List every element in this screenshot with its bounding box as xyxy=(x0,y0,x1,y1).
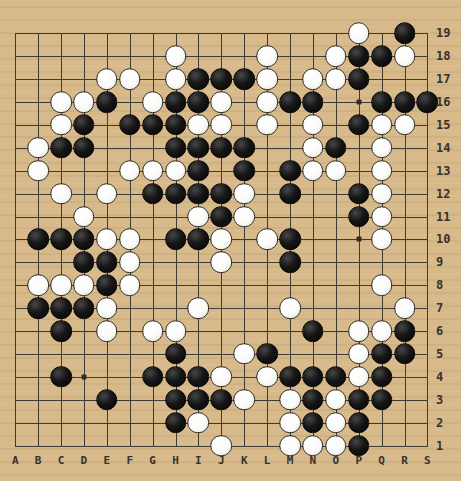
stone-black-K17 xyxy=(233,68,255,90)
col-label-C: C xyxy=(58,454,65,467)
stone-black-N6 xyxy=(302,320,324,342)
row-label-12: 12 xyxy=(436,187,450,201)
stone-black-J12 xyxy=(211,183,233,205)
stone-white-C16 xyxy=(50,91,72,113)
stone-black-D10 xyxy=(73,229,95,251)
stone-white-C8 xyxy=(50,274,72,296)
stone-black-I13 xyxy=(188,160,210,182)
stone-white-O3 xyxy=(325,389,347,411)
col-label-J: J xyxy=(218,454,225,467)
stone-black-P3 xyxy=(348,389,370,411)
stone-white-R7 xyxy=(394,297,416,319)
stone-white-F13 xyxy=(119,160,141,182)
row-label-7: 7 xyxy=(436,301,443,315)
stone-white-B14 xyxy=(27,137,49,159)
stone-white-L4 xyxy=(256,366,278,388)
stone-black-I17 xyxy=(188,68,210,90)
stone-white-E17 xyxy=(96,68,118,90)
stone-black-H12 xyxy=(165,183,187,205)
stone-white-J10 xyxy=(211,229,233,251)
stone-white-O2 xyxy=(325,412,347,434)
col-label-K: K xyxy=(241,454,248,467)
stone-black-D15 xyxy=(73,114,95,136)
stone-black-N4 xyxy=(302,366,324,388)
stone-white-K12 xyxy=(233,183,255,205)
stone-black-E3 xyxy=(96,389,118,411)
stone-black-M10 xyxy=(279,229,301,251)
col-label-B: B xyxy=(35,454,42,467)
stone-white-N17 xyxy=(302,68,324,90)
stone-black-P17 xyxy=(348,68,370,90)
stone-white-K3 xyxy=(233,389,255,411)
stone-black-M9 xyxy=(279,252,301,274)
stone-white-P6 xyxy=(348,320,370,342)
stone-white-J16 xyxy=(211,91,233,113)
col-label-G: G xyxy=(149,454,156,467)
stone-white-J9 xyxy=(211,252,233,274)
stone-white-L18 xyxy=(256,45,278,67)
stone-white-Q8 xyxy=(371,274,393,296)
stone-white-O13 xyxy=(325,160,347,182)
stone-white-P5 xyxy=(348,343,370,365)
col-label-L: L xyxy=(264,454,271,467)
stone-black-H3 xyxy=(165,389,187,411)
stone-black-H10 xyxy=(165,229,187,251)
stone-black-J3 xyxy=(211,389,233,411)
stone-black-H2 xyxy=(165,412,187,434)
stone-black-H5 xyxy=(165,343,187,365)
stone-black-I10 xyxy=(188,229,210,251)
stone-white-L15 xyxy=(256,114,278,136)
row-label-2: 2 xyxy=(436,416,443,430)
stone-black-M13 xyxy=(279,160,301,182)
stone-white-P4 xyxy=(348,366,370,388)
stone-black-I3 xyxy=(188,389,210,411)
stone-white-H6 xyxy=(165,320,187,342)
stone-black-C4 xyxy=(50,366,72,388)
row-label-3: 3 xyxy=(436,393,443,407)
stone-white-O18 xyxy=(325,45,347,67)
col-label-D: D xyxy=(81,454,88,467)
stone-black-D7 xyxy=(73,297,95,319)
stone-black-N16 xyxy=(302,91,324,113)
row-label-10: 10 xyxy=(436,232,450,246)
stone-black-Q3 xyxy=(371,389,393,411)
stone-black-H4 xyxy=(165,366,187,388)
stone-black-H14 xyxy=(165,137,187,159)
stone-black-J11 xyxy=(211,206,233,228)
stone-white-M7 xyxy=(279,297,301,319)
stone-white-N15 xyxy=(302,114,324,136)
stone-white-F17 xyxy=(119,68,141,90)
row-label-8: 8 xyxy=(436,278,443,292)
stone-white-Q15 xyxy=(371,114,393,136)
stone-white-J4 xyxy=(211,366,233,388)
stone-white-F9 xyxy=(119,252,141,274)
stone-black-O4 xyxy=(325,366,347,388)
stone-white-L16 xyxy=(256,91,278,113)
stone-white-I2 xyxy=(188,412,210,434)
col-label-S: S xyxy=(424,454,431,467)
col-label-A: A xyxy=(12,454,19,467)
stone-black-S16 xyxy=(417,91,439,113)
stone-black-P15 xyxy=(348,114,370,136)
stone-white-E7 xyxy=(96,297,118,319)
stone-black-G4 xyxy=(142,366,164,388)
stone-black-L5 xyxy=(256,343,278,365)
stone-white-M2 xyxy=(279,412,301,434)
stone-white-J15 xyxy=(211,114,233,136)
stone-black-B10 xyxy=(27,229,49,251)
stone-white-I11 xyxy=(188,206,210,228)
stone-white-H13 xyxy=(165,160,187,182)
row-label-17: 17 xyxy=(436,72,450,86)
stone-white-G6 xyxy=(142,320,164,342)
stone-black-P18 xyxy=(348,45,370,67)
stone-black-P11 xyxy=(348,206,370,228)
stone-black-I12 xyxy=(188,183,210,205)
col-label-Q: Q xyxy=(378,454,385,467)
stone-black-I4 xyxy=(188,366,210,388)
stone-white-L17 xyxy=(256,68,278,90)
stone-black-P12 xyxy=(348,183,370,205)
row-label-13: 13 xyxy=(436,164,450,178)
stone-white-D8 xyxy=(73,274,95,296)
col-label-I: I xyxy=(195,454,202,467)
stone-white-Q13 xyxy=(371,160,393,182)
stone-white-Q14 xyxy=(371,137,393,159)
stone-black-M16 xyxy=(279,91,301,113)
stone-black-D14 xyxy=(73,137,95,159)
stone-white-Q10 xyxy=(371,229,393,251)
col-label-F: F xyxy=(126,454,133,467)
stone-black-F15 xyxy=(119,114,141,136)
star-point-D4 xyxy=(81,374,86,379)
stone-white-C12 xyxy=(50,183,72,205)
stone-white-B8 xyxy=(27,274,49,296)
col-label-E: E xyxy=(103,454,110,467)
row-label-15: 15 xyxy=(436,118,450,132)
stone-white-F8 xyxy=(119,274,141,296)
stone-black-N3 xyxy=(302,389,324,411)
stone-black-R19 xyxy=(394,23,416,45)
row-label-11: 11 xyxy=(436,210,450,224)
col-label-M: M xyxy=(287,454,294,467)
stone-white-Q6 xyxy=(371,320,393,342)
stone-black-C6 xyxy=(50,320,72,342)
stone-white-E6 xyxy=(96,320,118,342)
row-label-16: 16 xyxy=(436,95,450,109)
stone-white-N13 xyxy=(302,160,324,182)
stone-white-K5 xyxy=(233,343,255,365)
stone-black-I14 xyxy=(188,137,210,159)
row-label-5: 5 xyxy=(436,347,443,361)
stone-white-E10 xyxy=(96,229,118,251)
stone-white-R18 xyxy=(394,45,416,67)
stone-black-D9 xyxy=(73,252,95,274)
stone-white-I15 xyxy=(188,114,210,136)
stone-white-O17 xyxy=(325,68,347,90)
stone-white-C15 xyxy=(50,114,72,136)
stone-black-H15 xyxy=(165,114,187,136)
stone-black-E9 xyxy=(96,252,118,274)
stone-black-Q16 xyxy=(371,91,393,113)
stone-black-K13 xyxy=(233,160,255,182)
stone-white-R15 xyxy=(394,114,416,136)
stone-black-C10 xyxy=(50,229,72,251)
row-label-1: 1 xyxy=(436,439,443,453)
stone-white-Q11 xyxy=(371,206,393,228)
stone-white-P19 xyxy=(348,23,370,45)
stone-black-C14 xyxy=(50,137,72,159)
stone-black-E8 xyxy=(96,274,118,296)
stone-black-K14 xyxy=(233,137,255,159)
row-label-4: 4 xyxy=(436,370,443,384)
star-point-P10 xyxy=(356,237,361,242)
stone-black-Q4 xyxy=(371,366,393,388)
stone-black-C7 xyxy=(50,297,72,319)
col-label-O: O xyxy=(332,454,339,467)
stone-white-D16 xyxy=(73,91,95,113)
stone-black-R16 xyxy=(394,91,416,113)
stone-white-K11 xyxy=(233,206,255,228)
stone-black-R5 xyxy=(394,343,416,365)
stone-black-M4 xyxy=(279,366,301,388)
grid-line-vertical-K xyxy=(244,33,245,446)
stone-white-Q12 xyxy=(371,183,393,205)
stone-black-J14 xyxy=(211,137,233,159)
stone-black-N2 xyxy=(302,412,324,434)
stone-black-G15 xyxy=(142,114,164,136)
stone-white-N14 xyxy=(302,137,324,159)
stone-white-D11 xyxy=(73,206,95,228)
stone-black-Q5 xyxy=(371,343,393,365)
stone-white-I7 xyxy=(188,297,210,319)
row-label-6: 6 xyxy=(436,324,443,338)
stone-black-O14 xyxy=(325,137,347,159)
stone-white-L10 xyxy=(256,229,278,251)
stone-black-H16 xyxy=(165,91,187,113)
stone-white-F10 xyxy=(119,229,141,251)
stone-white-G16 xyxy=(142,91,164,113)
row-label-19: 19 xyxy=(436,26,450,40)
col-label-P: P xyxy=(355,454,362,467)
stone-white-E12 xyxy=(96,183,118,205)
stone-black-R6 xyxy=(394,320,416,342)
stone-white-M3 xyxy=(279,389,301,411)
stone-white-H18 xyxy=(165,45,187,67)
stone-black-P2 xyxy=(348,412,370,434)
stone-black-G12 xyxy=(142,183,164,205)
stone-black-I16 xyxy=(188,91,210,113)
stone-black-J17 xyxy=(211,68,233,90)
stone-black-Q18 xyxy=(371,45,393,67)
row-label-18: 18 xyxy=(436,49,450,63)
col-label-H: H xyxy=(172,454,179,467)
row-label-14: 14 xyxy=(436,141,450,155)
stone-black-B7 xyxy=(27,297,49,319)
stone-white-G13 xyxy=(142,160,164,182)
stone-black-E16 xyxy=(96,91,118,113)
stone-white-H17 xyxy=(165,68,187,90)
stone-white-B13 xyxy=(27,160,49,182)
col-label-R: R xyxy=(401,454,408,467)
col-label-N: N xyxy=(310,454,317,467)
go-app-window: ABCDEFGHIJKLMNOPQRS191817161514131211109… xyxy=(0,0,461,481)
row-label-9: 9 xyxy=(436,255,443,269)
stone-black-M12 xyxy=(279,183,301,205)
star-point-P16 xyxy=(356,100,361,105)
